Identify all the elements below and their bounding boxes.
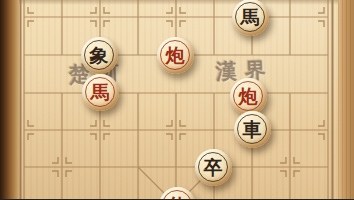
piece-black-chariot[interactable]: 車 xyxy=(234,111,271,148)
piece-glyph: 炮 xyxy=(230,78,267,115)
piece-glyph: 象 xyxy=(81,37,118,74)
piece-red-horse[interactable]: 馬 xyxy=(82,74,119,111)
piece-black-elephant[interactable]: 象 xyxy=(81,37,118,74)
piece-glyph: 馬 xyxy=(232,0,269,36)
piece-black-horse[interactable]: 馬 xyxy=(232,0,269,36)
piece-red-cannon-a[interactable]: 炮 xyxy=(157,37,194,74)
piece-red-advisor[interactable]: 仕 xyxy=(159,187,196,200)
board-grid-lines xyxy=(0,0,354,199)
piece-glyph: 卒 xyxy=(195,149,232,186)
xiangqi-board: 楚河 漢界 馬 象 炮 馬 炮 車 卒 仕 xyxy=(0,0,354,199)
piece-red-cannon-b[interactable]: 炮 xyxy=(230,78,267,115)
piece-black-soldier[interactable]: 卒 xyxy=(195,149,232,186)
board-right-edge xyxy=(338,0,354,199)
piece-glyph: 車 xyxy=(234,111,271,148)
piece-glyph: 馬 xyxy=(82,74,119,111)
piece-glyph: 仕 xyxy=(159,187,196,200)
piece-glyph: 炮 xyxy=(157,37,194,74)
